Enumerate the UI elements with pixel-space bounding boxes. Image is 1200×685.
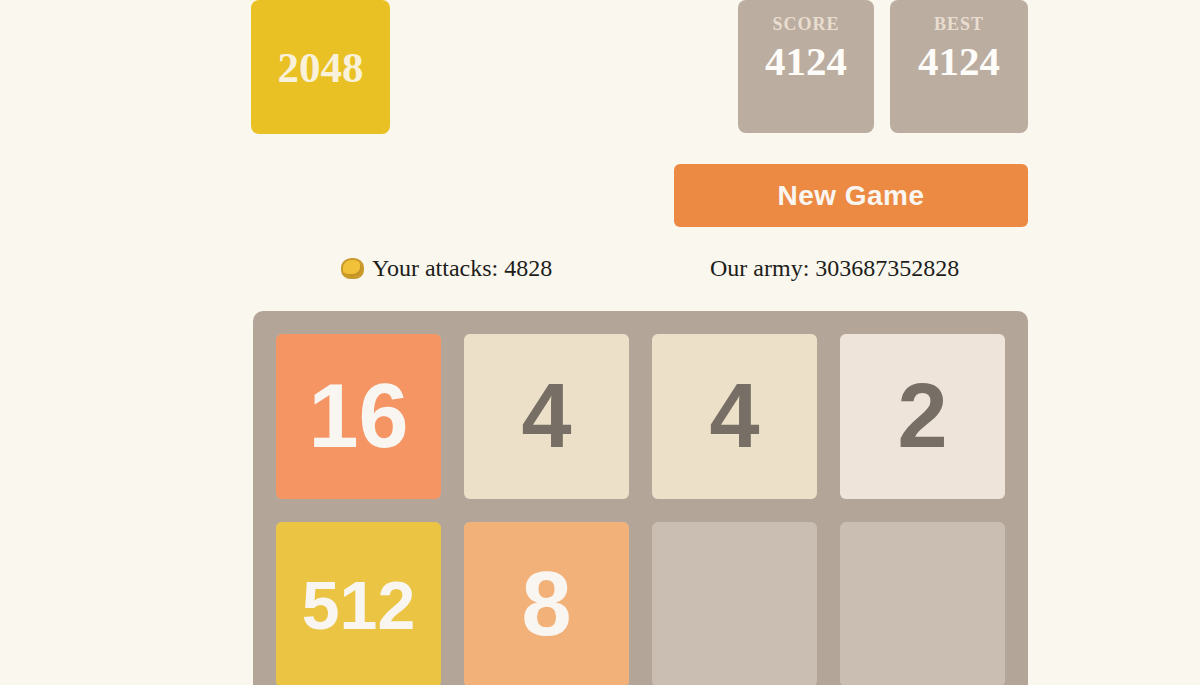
fist-icon: [341, 258, 364, 279]
board-cell-r2c2: 8: [464, 522, 629, 685]
board-cell-r1c2: 4: [464, 334, 629, 499]
best-box: BEST 4124: [890, 0, 1028, 133]
score-value: 4124: [765, 37, 847, 85]
army-text: Our army: 303687352828: [710, 255, 959, 282]
attacks-text: Your attacks: 4828: [372, 255, 552, 282]
board-cell-r1c4: 2: [840, 334, 1005, 499]
attacks-status: Your attacks: 4828: [341, 254, 552, 282]
tile-16: 16: [276, 334, 441, 499]
board-cell-r1c1: 16: [276, 334, 441, 499]
score-label: SCORE: [772, 14, 839, 35]
board-cell-r2c1: 512: [276, 522, 441, 685]
logo-tile: 2048: [251, 0, 390, 134]
tile-512: 512: [276, 522, 441, 685]
tile-8: 8: [464, 522, 629, 685]
logo-text: 2048: [278, 43, 364, 92]
new-game-button[interactable]: New Game: [674, 164, 1028, 227]
game-board[interactable]: 164425128: [253, 311, 1028, 685]
tile-4: 4: [464, 334, 629, 499]
score-box: SCORE 4124: [738, 0, 874, 133]
tile-4: 4: [652, 334, 817, 499]
best-value: 4124: [918, 37, 1000, 85]
army-status: Our army: 303687352828: [710, 254, 959, 282]
new-game-label: New Game: [777, 180, 924, 212]
board-cell-r2c4: [840, 522, 1005, 685]
best-label: BEST: [934, 14, 984, 35]
board-cell-r1c3: 4: [652, 334, 817, 499]
board-cell-r2c3: [652, 522, 817, 685]
tile-2: 2: [840, 334, 1005, 499]
